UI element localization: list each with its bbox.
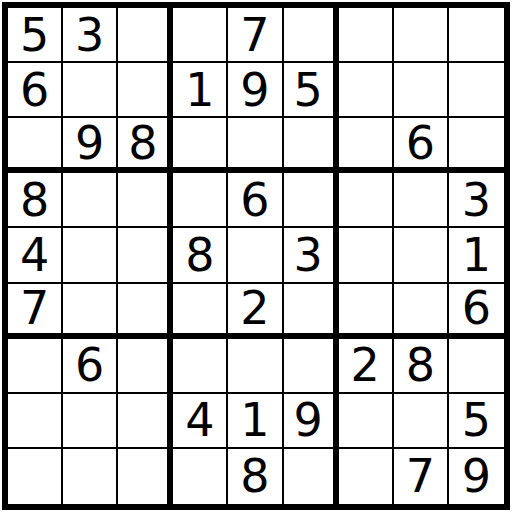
given-digit: 8 bbox=[20, 177, 49, 223]
cell-r3c9-empty[interactable] bbox=[449, 118, 504, 173]
cell-r6c9-given[interactable]: 6 bbox=[449, 284, 504, 339]
cell-r8c8-empty[interactable] bbox=[394, 394, 449, 449]
cell-r4c6-empty[interactable] bbox=[284, 173, 339, 228]
given-digit: 6 bbox=[406, 120, 435, 166]
cell-r5c2-empty[interactable] bbox=[63, 228, 118, 283]
cell-r5c6-given[interactable]: 3 bbox=[284, 228, 339, 283]
given-digit: 8 bbox=[406, 342, 435, 388]
given-digit: 3 bbox=[75, 12, 104, 58]
cell-r8c7-empty[interactable] bbox=[339, 394, 394, 449]
given-digit: 3 bbox=[462, 177, 491, 223]
cell-r2c5-given[interactable]: 9 bbox=[228, 63, 283, 118]
cell-r1c4-empty[interactable] bbox=[173, 8, 228, 63]
given-digit: 5 bbox=[293, 67, 322, 113]
given-digit: 7 bbox=[20, 285, 49, 331]
given-digit: 5 bbox=[462, 397, 491, 443]
cell-r3c8-given[interactable]: 6 bbox=[394, 118, 449, 173]
cell-r7c8-given[interactable]: 8 bbox=[394, 339, 449, 394]
cell-r3c4-empty[interactable] bbox=[173, 118, 228, 173]
cell-r7c2-given[interactable]: 6 bbox=[63, 339, 118, 394]
cell-r8c5-given[interactable]: 1 bbox=[228, 394, 283, 449]
cell-r6c7-empty[interactable] bbox=[339, 284, 394, 339]
cell-r1c9-empty[interactable] bbox=[449, 8, 504, 63]
cell-r7c3-empty[interactable] bbox=[118, 339, 173, 394]
cell-r9c9-given[interactable]: 9 bbox=[449, 449, 504, 504]
given-digit: 1 bbox=[185, 67, 214, 113]
cell-r4c5-given[interactable]: 6 bbox=[228, 173, 283, 228]
given-digit: 3 bbox=[293, 232, 322, 278]
given-digit: 9 bbox=[462, 453, 491, 499]
cell-r1c5-given[interactable]: 7 bbox=[228, 8, 283, 63]
cell-r9c6-empty[interactable] bbox=[284, 449, 339, 504]
cell-r5c1-given[interactable]: 4 bbox=[8, 228, 63, 283]
cell-r3c6-empty[interactable] bbox=[284, 118, 339, 173]
cell-r2c4-given[interactable]: 1 bbox=[173, 63, 228, 118]
cell-r6c1-given[interactable]: 7 bbox=[8, 284, 63, 339]
cell-r3c3-given[interactable]: 8 bbox=[118, 118, 173, 173]
given-digit: 1 bbox=[462, 232, 491, 278]
cell-r2c9-empty[interactable] bbox=[449, 63, 504, 118]
cell-r9c5-given[interactable]: 8 bbox=[228, 449, 283, 504]
given-digit: 2 bbox=[351, 342, 380, 388]
given-digit: 6 bbox=[20, 67, 49, 113]
cell-r2c3-empty[interactable] bbox=[118, 63, 173, 118]
cell-r3c1-empty[interactable] bbox=[8, 118, 63, 173]
given-digit: 9 bbox=[75, 120, 104, 166]
cell-r4c9-given[interactable]: 3 bbox=[449, 173, 504, 228]
cell-r9c3-empty[interactable] bbox=[118, 449, 173, 504]
cell-r1c8-empty[interactable] bbox=[394, 8, 449, 63]
cell-r4c1-given[interactable]: 8 bbox=[8, 173, 63, 228]
cell-r6c5-given[interactable]: 2 bbox=[228, 284, 283, 339]
cell-r3c5-empty[interactable] bbox=[228, 118, 283, 173]
cell-r7c1-empty[interactable] bbox=[8, 339, 63, 394]
cell-r8c6-given[interactable]: 9 bbox=[284, 394, 339, 449]
cell-r4c4-empty[interactable] bbox=[173, 173, 228, 228]
cell-r8c4-given[interactable]: 4 bbox=[173, 394, 228, 449]
cell-r7c6-empty[interactable] bbox=[284, 339, 339, 394]
given-digit: 1 bbox=[240, 397, 269, 443]
cell-r5c9-given[interactable]: 1 bbox=[449, 228, 504, 283]
cell-r2c2-empty[interactable] bbox=[63, 63, 118, 118]
given-digit: 4 bbox=[185, 397, 214, 443]
given-digit: 2 bbox=[240, 285, 269, 331]
given-digit: 4 bbox=[20, 232, 49, 278]
cell-r6c3-empty[interactable] bbox=[118, 284, 173, 339]
cell-r9c4-empty[interactable] bbox=[173, 449, 228, 504]
cell-r1c1-given[interactable]: 5 bbox=[8, 8, 63, 63]
given-digit: 7 bbox=[406, 453, 435, 499]
given-digit: 8 bbox=[185, 232, 214, 278]
cell-r3c7-empty[interactable] bbox=[339, 118, 394, 173]
cell-r6c4-empty[interactable] bbox=[173, 284, 228, 339]
cell-r2c6-given[interactable]: 5 bbox=[284, 63, 339, 118]
cell-r8c9-given[interactable]: 5 bbox=[449, 394, 504, 449]
cell-r2c1-given[interactable]: 6 bbox=[8, 63, 63, 118]
cell-r9c7-empty[interactable] bbox=[339, 449, 394, 504]
given-digit: 6 bbox=[462, 285, 491, 331]
cell-r5c4-given[interactable]: 8 bbox=[173, 228, 228, 283]
given-digit: 6 bbox=[75, 342, 104, 388]
given-digit: 8 bbox=[128, 120, 157, 166]
cell-r7c5-empty[interactable] bbox=[228, 339, 283, 394]
cell-r5c3-empty[interactable] bbox=[118, 228, 173, 283]
cell-r7c7-given[interactable]: 2 bbox=[339, 339, 394, 394]
cell-r9c8-given[interactable]: 7 bbox=[394, 449, 449, 504]
sudoku-board: 537619598686348317266284195879 bbox=[2, 2, 510, 510]
given-digit: 7 bbox=[240, 12, 269, 58]
cell-r1c3-empty[interactable] bbox=[118, 8, 173, 63]
cell-r6c8-empty[interactable] bbox=[394, 284, 449, 339]
cell-r1c6-empty[interactable] bbox=[284, 8, 339, 63]
cell-r8c3-empty[interactable] bbox=[118, 394, 173, 449]
cell-r2c8-empty[interactable] bbox=[394, 63, 449, 118]
cell-r4c2-empty[interactable] bbox=[63, 173, 118, 228]
cell-r5c5-empty[interactable] bbox=[228, 228, 283, 283]
cell-r7c4-empty[interactable] bbox=[173, 339, 228, 394]
cell-r9c2-empty[interactable] bbox=[63, 449, 118, 504]
cell-r6c6-empty[interactable] bbox=[284, 284, 339, 339]
cell-r8c1-empty[interactable] bbox=[8, 394, 63, 449]
cell-r3c2-given[interactable]: 9 bbox=[63, 118, 118, 173]
cell-r4c8-empty[interactable] bbox=[394, 173, 449, 228]
given-digit: 9 bbox=[293, 397, 322, 443]
given-digit: 8 bbox=[240, 453, 269, 499]
cell-r1c2-given[interactable]: 3 bbox=[63, 8, 118, 63]
cell-r1c7-empty[interactable] bbox=[339, 8, 394, 63]
given-digit: 6 bbox=[240, 177, 269, 223]
cell-r7c9-empty[interactable] bbox=[449, 339, 504, 394]
cell-r5c8-empty[interactable] bbox=[394, 228, 449, 283]
cell-r4c7-empty[interactable] bbox=[339, 173, 394, 228]
given-digit: 9 bbox=[240, 67, 269, 113]
cell-r2c7-empty[interactable] bbox=[339, 63, 394, 118]
cell-r5c7-empty[interactable] bbox=[339, 228, 394, 283]
cell-r9c1-empty[interactable] bbox=[8, 449, 63, 504]
given-digit: 5 bbox=[20, 12, 49, 58]
cell-r4c3-empty[interactable] bbox=[118, 173, 173, 228]
cell-r6c2-empty[interactable] bbox=[63, 284, 118, 339]
cell-r8c2-empty[interactable] bbox=[63, 394, 118, 449]
